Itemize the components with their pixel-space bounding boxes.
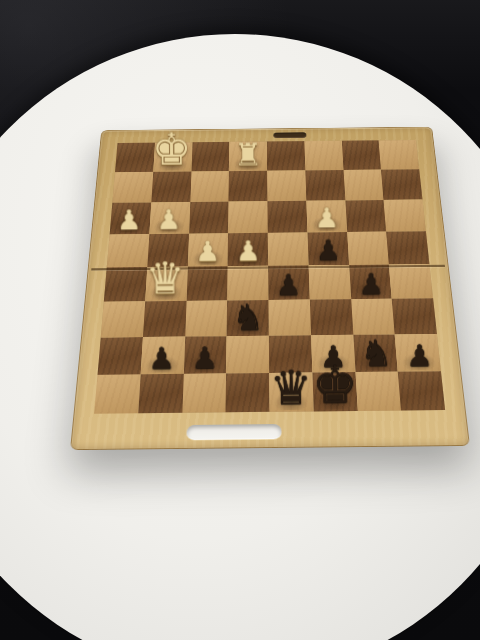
square[interactable] [189, 202, 229, 234]
square[interactable] [379, 140, 419, 170]
square[interactable] [347, 232, 389, 265]
square[interactable] [191, 142, 229, 172]
square[interactable] [343, 170, 384, 201]
piece-white-pawn[interactable]: ♟ [235, 237, 260, 265]
square[interactable] [115, 143, 155, 173]
square[interactable]: ♞ [353, 334, 398, 372]
square[interactable] [101, 301, 145, 337]
square[interactable] [227, 266, 268, 301]
square[interactable] [389, 264, 433, 299]
square[interactable] [228, 201, 268, 233]
square[interactable]: ♟ [268, 265, 310, 300]
square[interactable]: ♟ [349, 264, 392, 299]
square[interactable] [186, 266, 228, 301]
piece-black-queen[interactable]: ♛ [270, 364, 313, 411]
square[interactable] [143, 301, 186, 337]
square[interactable] [308, 265, 350, 300]
square[interactable]: ♟ [307, 232, 348, 265]
square[interactable] [268, 300, 310, 336]
piece-black-knight[interactable]: ♞ [360, 335, 393, 372]
photo-scene: ♚♜♟♟♟♟♟♟♛♟♟♞♟♟♟♞♟♛♚ [0, 0, 480, 640]
square[interactable]: ♚ [312, 372, 357, 411]
square[interactable] [98, 337, 143, 375]
piece-white-pawn[interactable]: ♟ [314, 204, 339, 232]
square[interactable] [190, 171, 229, 202]
piece-white-pawn[interactable]: ♟ [156, 206, 181, 234]
square[interactable] [398, 371, 445, 410]
piece-white-pawn[interactable]: ♟ [117, 206, 142, 234]
square[interactable]: ♛ [269, 373, 313, 412]
piece-white-rook[interactable]: ♜ [234, 139, 263, 171]
carry-handle-cutout [187, 424, 282, 440]
square[interactable] [304, 141, 343, 171]
square[interactable] [182, 373, 226, 412]
piece-black-pawn[interactable]: ♟ [148, 343, 175, 373]
square[interactable] [305, 170, 345, 201]
square[interactable] [104, 267, 147, 302]
square[interactable] [226, 373, 270, 412]
piece-white-queen[interactable]: ♛ [145, 256, 185, 301]
frame-top-slot [273, 132, 306, 138]
square[interactable] [112, 172, 153, 203]
square[interactable] [185, 300, 228, 336]
piece-white-king[interactable]: ♚ [152, 127, 192, 172]
square[interactable] [392, 298, 437, 334]
board-frame: ♚♜♟♟♟♟♟♟♛♟♟♞♟♟♟♞♟♛♚ [70, 127, 470, 450]
piece-black-pawn[interactable]: ♟ [276, 270, 302, 299]
square[interactable] [345, 200, 386, 232]
square[interactable] [151, 172, 191, 203]
square[interactable] [384, 200, 426, 232]
board-grid: ♚♜♟♟♟♟♟♟♛♟♟♞♟♟♟♞♟♛♚ [94, 140, 445, 414]
square[interactable]: ♟ [110, 202, 152, 234]
square[interactable]: ♜ [229, 141, 267, 171]
square[interactable] [310, 299, 353, 335]
square[interactable]: ♞ [227, 300, 269, 336]
square[interactable] [267, 201, 307, 233]
square[interactable]: ♟ [187, 233, 228, 266]
piece-black-king[interactable]: ♚ [312, 359, 358, 410]
square[interactable]: ♟ [306, 200, 347, 232]
piece-black-pawn[interactable]: ♟ [358, 270, 384, 299]
square[interactable]: ♛ [145, 267, 187, 302]
square[interactable]: ♟ [140, 337, 184, 375]
square[interactable] [386, 231, 429, 264]
square[interactable] [351, 299, 395, 335]
square[interactable]: ♟ [183, 336, 226, 374]
chess-board: ♚♜♟♟♟♟♟♟♛♟♟♞♟♟♟♞♟♛♚ [70, 127, 470, 450]
square[interactable] [267, 170, 306, 201]
square[interactable] [381, 169, 422, 200]
piece-black-knight[interactable]: ♞ [231, 299, 263, 335]
square[interactable] [94, 374, 140, 413]
square[interactable]: ♟ [395, 334, 441, 372]
piece-white-pawn[interactable]: ♟ [195, 238, 220, 266]
square[interactable] [355, 372, 401, 411]
square[interactable] [268, 232, 309, 265]
square[interactable]: ♟ [228, 233, 268, 266]
square[interactable] [107, 234, 149, 267]
square[interactable] [229, 171, 268, 202]
square[interactable] [341, 140, 381, 170]
piece-black-pawn[interactable]: ♟ [191, 343, 218, 373]
piece-black-pawn[interactable]: ♟ [406, 341, 433, 371]
square[interactable] [226, 336, 269, 374]
square[interactable] [138, 374, 183, 413]
square[interactable]: ♚ [153, 142, 192, 172]
square[interactable] [267, 141, 305, 171]
square[interactable]: ♟ [149, 202, 190, 234]
piece-black-pawn[interactable]: ♟ [316, 236, 341, 264]
